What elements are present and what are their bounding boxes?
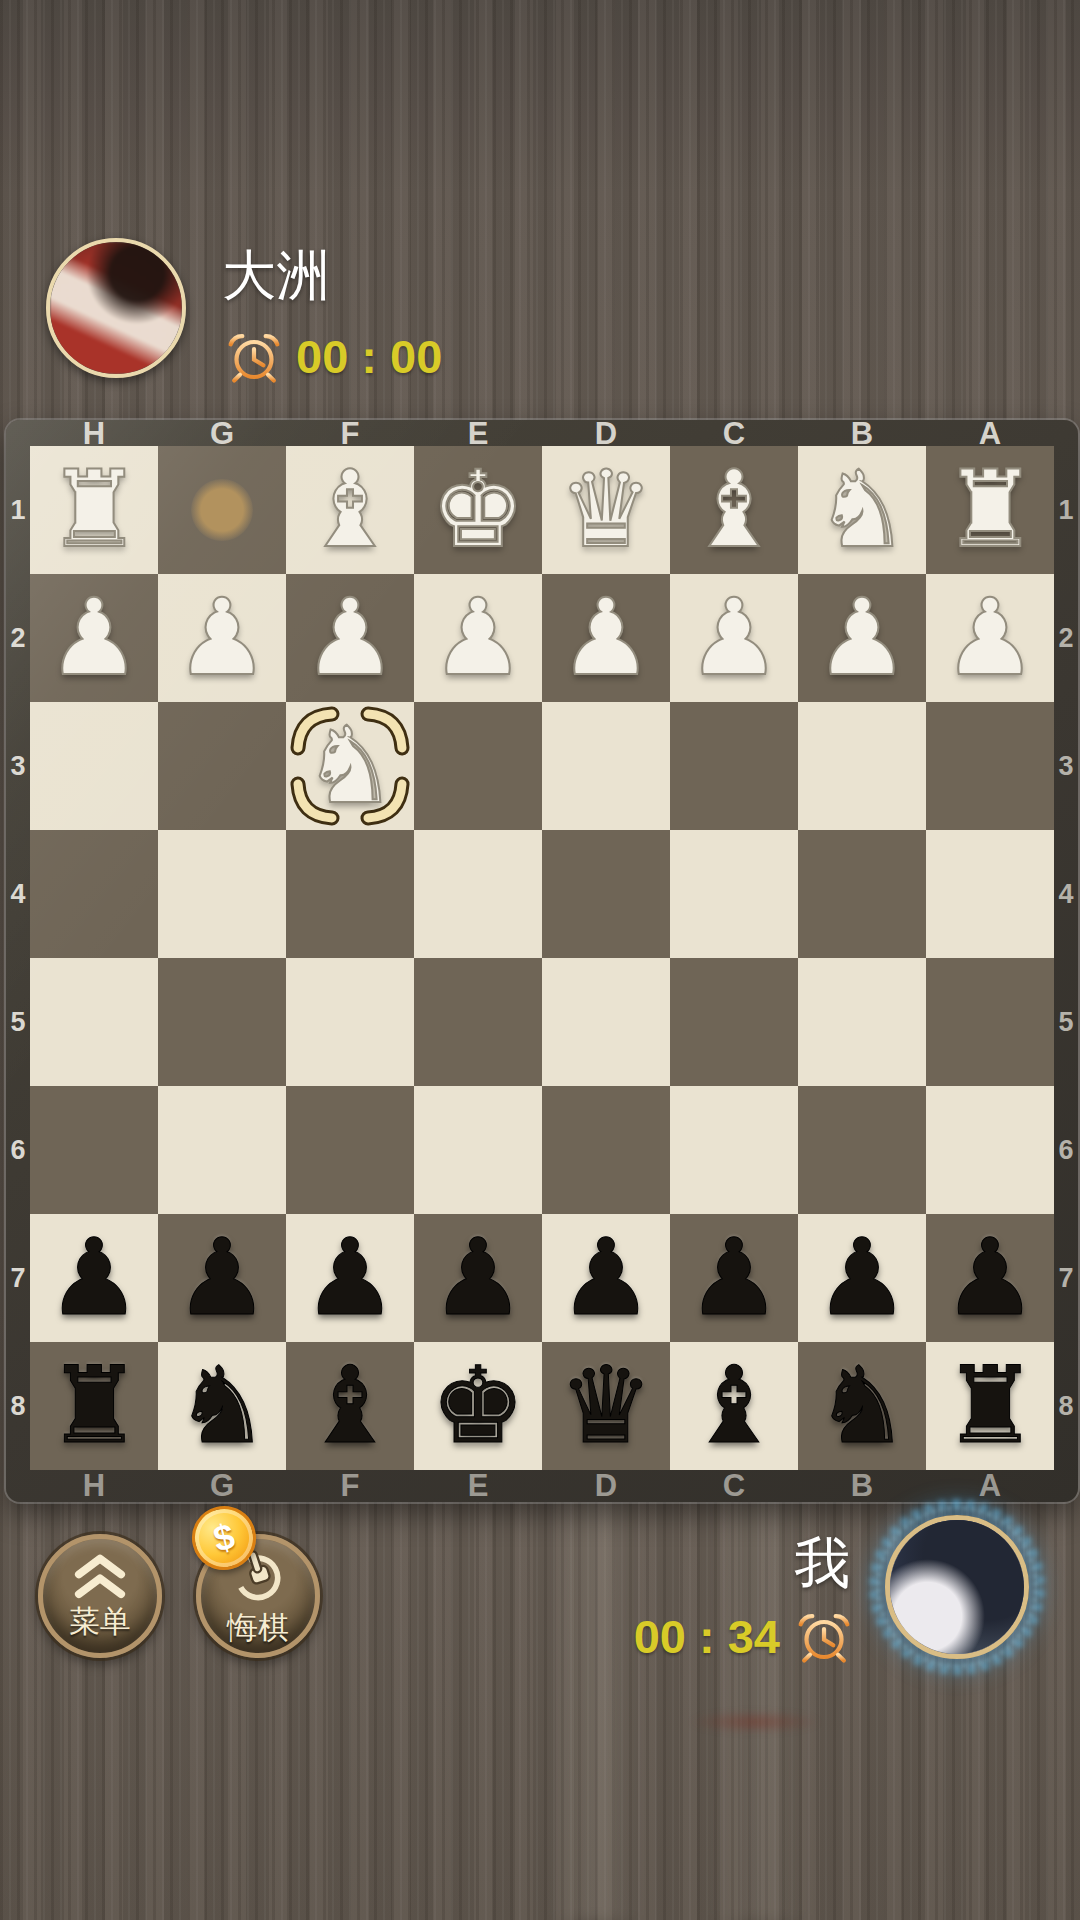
piece-black-pawn: ♟ [302,1214,397,1342]
file-label-bottom-a: A [926,1470,1054,1501]
rank-label-left-1: 1 [6,446,30,574]
square-f3[interactable]: ♞ [286,702,414,830]
square-d1[interactable]: ♛ [542,446,670,574]
board-grid: ♜♝♚♛♝♞♜♟♟♟♟♟♟♟♟♞♟♟♟♟♟♟♟♟♜♞♝♚♛♝♞♜ [30,446,1054,1470]
file-label-top-b: B [798,420,926,447]
piece-black-knight: ♞ [814,1342,909,1470]
square-g2[interactable]: ♟ [158,574,286,702]
rank-label-left-6: 6 [6,1086,30,1214]
piece-white-pawn: ♟ [430,574,525,702]
rank-label-right-8: 8 [1054,1342,1078,1470]
square-e2[interactable]: ♟ [414,574,542,702]
square-c3[interactable] [670,702,798,830]
rank-label-left-5: 5 [6,958,30,1086]
file-label-top-d: D [542,420,670,447]
piece-black-pawn: ♟ [942,1214,1037,1342]
file-label-top-a: A [926,420,1054,447]
rank-label-right-1: 1 [1054,446,1078,574]
square-e6[interactable] [414,1086,542,1214]
rank-label-right-6: 6 [1054,1086,1078,1214]
rank-label-left-7: 7 [6,1214,30,1342]
square-f2[interactable]: ♟ [286,574,414,702]
square-f5[interactable] [286,958,414,1086]
square-e5[interactable] [414,958,542,1086]
square-d8[interactable]: ♛ [542,1342,670,1470]
file-label-bottom-f: F [286,1470,414,1501]
wood-red-smudge [688,1710,822,1734]
my-avatar[interactable] [885,1515,1029,1659]
piece-black-pawn: ♟ [814,1214,909,1342]
rank-label-left-8: 8 [6,1342,30,1470]
square-b1[interactable]: ♞ [798,446,926,574]
opponent-clock-row: 00 : 00 [226,328,442,384]
square-a1[interactable]: ♜ [926,446,1054,574]
square-d4[interactable] [542,830,670,958]
file-label-bottom-e: E [414,1470,542,1501]
square-g6[interactable] [158,1086,286,1214]
square-a2[interactable]: ♟ [926,574,1054,702]
alarm-clock-icon [796,1608,852,1664]
piece-black-rook: ♜ [46,1342,141,1470]
file-label-top-f: F [286,420,414,447]
square-b7[interactable]: ♟ [798,1214,926,1342]
square-b2[interactable]: ♟ [798,574,926,702]
piece-white-queen: ♛ [558,446,653,574]
piece-black-queen: ♛ [558,1342,653,1470]
square-b4[interactable] [798,830,926,958]
square-e4[interactable] [414,830,542,958]
rank-label-left-2: 2 [6,574,30,702]
square-g3[interactable] [158,702,286,830]
file-label-top-e: E [414,420,542,447]
piece-white-knight: ♞ [302,702,397,830]
my-clock: 00 : 34 [634,1609,780,1664]
rank-label-right-7: 7 [1054,1214,1078,1342]
file-label-bottom-d: D [542,1470,670,1501]
piece-white-pawn: ♟ [174,574,269,702]
square-h7[interactable]: ♟ [30,1214,158,1342]
piece-white-king: ♚ [430,446,525,574]
file-label-bottom-c: C [670,1470,798,1501]
opponent-avatar[interactable] [46,238,186,378]
piece-white-bishop: ♝ [686,446,781,574]
square-d3[interactable] [542,702,670,830]
menu-button[interactable]: 菜单 [38,1534,162,1658]
square-h6[interactable] [30,1086,158,1214]
piece-black-bishop: ♝ [686,1342,781,1470]
rank-label-left-4: 4 [6,830,30,958]
square-e3[interactable] [414,702,542,830]
piece-white-pawn: ♟ [302,574,397,702]
undo-button-label: 悔棋 [227,1607,289,1649]
piece-white-pawn: ♟ [46,574,141,702]
piece-black-king: ♚ [430,1342,525,1470]
square-f1[interactable]: ♝ [286,446,414,574]
rank-label-right-3: 3 [1054,702,1078,830]
square-a6[interactable] [926,1086,1054,1214]
square-c2[interactable]: ♟ [670,574,798,702]
piece-white-rook: ♜ [942,446,1037,574]
square-d7[interactable]: ♟ [542,1214,670,1342]
file-label-top-h: H [30,420,158,447]
chess-board: HGFEDCBA HGFEDCBA 12345678 12345678 ♜♝♚♛… [6,420,1078,1502]
square-a4[interactable] [926,830,1054,958]
my-name: 我 [700,1526,850,1602]
my-clock-row: 00 : 34 [560,1608,852,1664]
rank-label-left-3: 3 [6,702,30,830]
piece-white-rook: ♜ [46,446,141,574]
square-h8[interactable]: ♜ [30,1342,158,1470]
square-e8[interactable]: ♚ [414,1342,542,1470]
piece-black-pawn: ♟ [558,1214,653,1342]
square-b5[interactable] [798,958,926,1086]
coin-dollar-symbol: $ [209,1515,239,1561]
square-h4[interactable] [30,830,158,958]
file-label-bottom-b: B [798,1470,926,1501]
piece-white-knight: ♞ [814,446,909,574]
square-d2[interactable]: ♟ [542,574,670,702]
file-label-bottom-h: H [30,1470,158,1501]
my-avatar-photo [890,1520,1024,1654]
square-c8[interactable]: ♝ [670,1342,798,1470]
square-e1[interactable]: ♚ [414,446,542,574]
square-e7[interactable]: ♟ [414,1214,542,1342]
square-b6[interactable] [798,1086,926,1214]
piece-black-pawn: ♟ [46,1214,141,1342]
square-f8[interactable]: ♝ [286,1342,414,1470]
square-a5[interactable] [926,958,1054,1086]
file-label-top-c: C [670,420,798,447]
rank-label-right-2: 2 [1054,574,1078,702]
piece-white-pawn: ♟ [814,574,909,702]
square-c6[interactable] [670,1086,798,1214]
piece-white-bishop: ♝ [302,446,397,574]
square-a3[interactable] [926,702,1054,830]
rank-label-right-5: 5 [1054,958,1078,1086]
square-a8[interactable]: ♜ [926,1342,1054,1470]
piece-black-pawn: ♟ [174,1214,269,1342]
game-screen: 大洲 00 : 00 HGFEDCBA HGFEDCBA 12345678 12… [0,0,1080,1920]
square-b3[interactable] [798,702,926,830]
piece-black-bishop: ♝ [302,1342,397,1470]
wood-light-streak [548,1495,644,1920]
square-d6[interactable] [542,1086,670,1214]
my-avatar-glow-wrap [878,1508,1036,1666]
square-a7[interactable]: ♟ [926,1214,1054,1342]
square-g1[interactable] [158,446,286,574]
square-f7[interactable]: ♟ [286,1214,414,1342]
square-g4[interactable] [158,830,286,958]
square-d5[interactable] [542,958,670,1086]
move-origin-dot [191,479,253,541]
piece-black-rook: ♜ [942,1342,1037,1470]
piece-white-pawn: ♟ [686,574,781,702]
piece-black-pawn: ♟ [686,1214,781,1342]
square-g8[interactable]: ♞ [158,1342,286,1470]
square-h5[interactable] [30,958,158,1086]
menu-button-label: 菜单 [69,1601,131,1643]
square-c5[interactable] [670,958,798,1086]
square-g5[interactable] [158,958,286,1086]
square-c7[interactable]: ♟ [670,1214,798,1342]
file-label-bottom-g: G [158,1470,286,1501]
square-c4[interactable] [670,830,798,958]
square-f6[interactable] [286,1086,414,1214]
square-f4[interactable] [286,830,414,958]
square-b8[interactable]: ♞ [798,1342,926,1470]
rank-label-right-4: 4 [1054,830,1078,958]
opponent-avatar-photo [50,242,182,374]
square-h1[interactable]: ♜ [30,446,158,574]
double-chevron-up-icon [71,1554,129,1600]
alarm-clock-icon [226,328,282,384]
square-h2[interactable]: ♟ [30,574,158,702]
square-h3[interactable] [30,702,158,830]
opponent-name: 大洲 [222,240,330,313]
square-c1[interactable]: ♝ [670,446,798,574]
square-g7[interactable]: ♟ [158,1214,286,1342]
piece-black-pawn: ♟ [430,1214,525,1342]
piece-white-pawn: ♟ [558,574,653,702]
piece-white-pawn: ♟ [942,574,1037,702]
file-label-top-g: G [158,420,286,447]
opponent-clock: 00 : 00 [296,329,442,384]
piece-black-knight: ♞ [174,1342,269,1470]
